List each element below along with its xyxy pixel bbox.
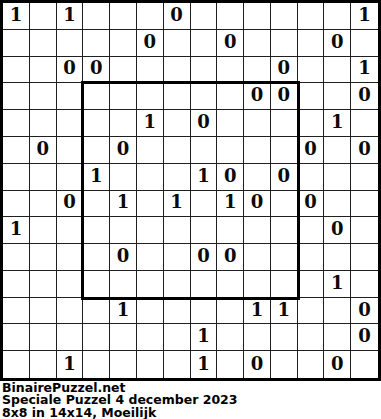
grid-cell-r4c2[interactable]	[57, 110, 84, 137]
grid-cell-r0c0: 1	[3, 3, 30, 30]
grid-cell-r2c2: 0	[57, 57, 84, 84]
grid-cell-r8c12: 0	[324, 217, 351, 244]
grid-cell-r9c7: 0	[191, 244, 218, 271]
grid-cell-r5c11: 0	[298, 137, 325, 164]
grid-cell-r9c12[interactable]	[324, 244, 351, 271]
grid-cell-r11c4: 1	[110, 298, 137, 325]
grid-cell-r8c10[interactable]	[271, 217, 298, 244]
grid-cell-r10c3[interactable]	[83, 271, 110, 298]
grid-cell-r2c5[interactable]	[137, 57, 164, 84]
grid-cell-r1c2[interactable]	[57, 30, 84, 57]
grid-cell-r1c4[interactable]	[110, 30, 137, 57]
grid-cell-r1c8: 0	[217, 30, 244, 57]
grid-cell-r0c10[interactable]	[271, 3, 298, 30]
grid-cell-r4c1[interactable]	[30, 110, 57, 137]
grid-cell-r7c9: 0	[244, 191, 271, 218]
grid-cell-r8c13[interactable]	[351, 217, 378, 244]
grid-cell-r0c11[interactable]	[298, 3, 325, 30]
grid-cell-r5c8[interactable]	[217, 137, 244, 164]
grid-cell-r1c7[interactable]	[191, 30, 218, 57]
grid-cell-r12c13: 0	[351, 324, 378, 351]
grid-cell-r3c13: 0	[351, 83, 378, 110]
grid-cell-r9c1[interactable]	[30, 244, 57, 271]
grid-cell-r6c12[interactable]	[324, 164, 351, 191]
grid-cell-r12c7: 1	[191, 324, 218, 351]
grid-cell-r0c8[interactable]	[217, 3, 244, 30]
grid-cell-r3c11[interactable]	[298, 83, 325, 110]
grid-cell-r10c10[interactable]	[271, 271, 298, 298]
grid-cell-r13c10[interactable]	[271, 351, 298, 378]
puzzle-caption: BinairePuzzel.net Speciale Puzzel 4 dece…	[0, 381, 381, 419]
grid-cell-r4c7: 0	[191, 110, 218, 137]
grid-cell-r8c1[interactable]	[30, 217, 57, 244]
grid-cell-r2c12[interactable]	[324, 57, 351, 84]
grid-cell-r11c12[interactable]	[324, 298, 351, 325]
grid-cell-r7c3[interactable]	[83, 191, 110, 218]
grid-cell-r2c9[interactable]	[244, 57, 271, 84]
grid-cell-r13c2: 1	[57, 351, 84, 378]
grid-cell-r9c9[interactable]	[244, 244, 271, 271]
grid-cell-r0c3[interactable]	[83, 3, 110, 30]
grid-cell-r9c2[interactable]	[57, 244, 84, 271]
grid-cell-r7c13[interactable]	[351, 191, 378, 218]
grid-cell-r6c1[interactable]	[30, 164, 57, 191]
grid-cell-r11c5[interactable]	[137, 298, 164, 325]
grid-cell-r3c3[interactable]	[83, 83, 110, 110]
grid-cell-r13c0[interactable]	[3, 351, 30, 378]
grid-cell-r10c9[interactable]	[244, 271, 271, 298]
grid-cell-r2c4[interactable]	[110, 57, 137, 84]
grid-cell-r0c1[interactable]	[30, 3, 57, 30]
grid-cell-r5c5[interactable]	[137, 137, 164, 164]
grid-cell-r1c1[interactable]	[30, 30, 57, 57]
grid-cell-r5c0[interactable]	[3, 137, 30, 164]
grid-cell-r3c1[interactable]	[30, 83, 57, 110]
grid-cell-r9c13[interactable]	[351, 244, 378, 271]
grid-cell-r8c9[interactable]	[244, 217, 271, 244]
grid-cell-r1c13[interactable]	[351, 30, 378, 57]
grid-cell-r12c11[interactable]	[298, 324, 325, 351]
grid-cell-r9c5[interactable]	[137, 244, 164, 271]
grid-cell-r3c8[interactable]	[217, 83, 244, 110]
grid-cell-r8c0: 1	[3, 217, 30, 244]
grid-cell-r4c0[interactable]	[3, 110, 30, 137]
grid-cell-r2c10: 0	[271, 57, 298, 84]
grid-cell-r10c7[interactable]	[191, 271, 218, 298]
grid-cell-r5c4: 0	[110, 137, 137, 164]
grid-cell-r7c10[interactable]	[271, 191, 298, 218]
grid-cell-r5c9[interactable]	[244, 137, 271, 164]
grid-cell-r11c9: 1	[244, 298, 271, 325]
grid-cell-r10c0[interactable]	[3, 271, 30, 298]
grid-cell-r4c11[interactable]	[298, 110, 325, 137]
grid-cell-r5c2[interactable]	[57, 137, 84, 164]
grid-cell-r13c3[interactable]	[83, 351, 110, 378]
grid-cell-r3c2[interactable]	[57, 83, 84, 110]
grid-cell-r12c2[interactable]	[57, 324, 84, 351]
grid-cell-r8c3[interactable]	[83, 217, 110, 244]
grid-cell-r9c8: 0	[217, 244, 244, 271]
grid-cell-r0c13: 1	[351, 3, 378, 30]
grid-cell-r9c3[interactable]	[83, 244, 110, 271]
grid-cell-r5c6[interactable]	[164, 137, 191, 164]
puzzle-size-difficulty: 8x8 in 14x14, Moeilijk	[2, 407, 381, 419]
grid-cell-r3c0[interactable]	[3, 83, 30, 110]
grid-cell-r1c5: 0	[137, 30, 164, 57]
grid-cell-r0c2: 1	[57, 3, 84, 30]
grid-cell-r0c6: 0	[164, 3, 191, 30]
grid-cell-r6c10: 0	[271, 164, 298, 191]
grid-cell-r1c12: 0	[324, 30, 351, 57]
grid-cell-r6c11[interactable]	[298, 164, 325, 191]
grid-cell-r12c3[interactable]	[83, 324, 110, 351]
puzzle-board: 1101000000100010100001100011100100001111…	[0, 0, 381, 381]
grid-cell-r10c6[interactable]	[164, 271, 191, 298]
grid-cell-r11c10: 1	[271, 298, 298, 325]
grid-cell-r4c3[interactable]	[83, 110, 110, 137]
grid-cell-r10c5[interactable]	[137, 271, 164, 298]
grid-cell-r11c8[interactable]	[217, 298, 244, 325]
grid-cell-r12c10[interactable]	[271, 324, 298, 351]
grid-cell-r6c7: 1	[191, 164, 218, 191]
grid-cell-r10c12: 1	[324, 271, 351, 298]
grid-cell-r0c4[interactable]	[110, 3, 137, 30]
grid-cell-r7c5[interactable]	[137, 191, 164, 218]
grid-cell-r3c6[interactable]	[164, 83, 191, 110]
grid-cell-r6c8: 0	[217, 164, 244, 191]
grid-cell-r12c8[interactable]	[217, 324, 244, 351]
grid-cell-r8c4[interactable]	[110, 217, 137, 244]
grid-cell-r5c7[interactable]	[191, 137, 218, 164]
grid-cell-r2c13: 1	[351, 57, 378, 84]
grid-cell-r11c7[interactable]	[191, 298, 218, 325]
grid-cell-r2c3: 0	[83, 57, 110, 84]
grid-cell-r6c0[interactable]	[3, 164, 30, 191]
grid-cell-r13c6[interactable]	[164, 351, 191, 378]
grid-cell-r13c13[interactable]	[351, 351, 378, 378]
grid-cell-r10c1[interactable]	[30, 271, 57, 298]
grid-cell-r10c8[interactable]	[217, 271, 244, 298]
grid-cell-r10c13[interactable]	[351, 271, 378, 298]
grid-cell-r11c11[interactable]	[298, 298, 325, 325]
grid-cell-r9c10[interactable]	[271, 244, 298, 271]
grid-cell-r9c0[interactable]	[3, 244, 30, 271]
grid-cell-r13c11[interactable]	[298, 351, 325, 378]
grid-cell-r6c5[interactable]	[137, 164, 164, 191]
grid-cell-r4c12: 1	[324, 110, 351, 137]
grid-cell-r0c9[interactable]	[244, 3, 271, 30]
grid-cell-r7c6: 1	[164, 191, 191, 218]
grid-cell-r12c9[interactable]	[244, 324, 271, 351]
grid-cell-r6c3: 1	[83, 164, 110, 191]
grid-cell-r12c6[interactable]	[164, 324, 191, 351]
grid-cell-r13c12: 0	[324, 351, 351, 378]
grid-cell-r3c12[interactable]	[324, 83, 351, 110]
grid-cell-r9c11[interactable]	[298, 244, 325, 271]
grid-cell-r11c1[interactable]	[30, 298, 57, 325]
grid-cell-r7c1[interactable]	[30, 191, 57, 218]
grid-cell-r2c1[interactable]	[30, 57, 57, 84]
grid-cell-r2c7[interactable]	[191, 57, 218, 84]
grid-cell-r6c13[interactable]	[351, 164, 378, 191]
grid-cell-r12c4[interactable]	[110, 324, 137, 351]
grid-cell-r13c9: 0	[244, 351, 271, 378]
grid-cell-r4c13[interactable]	[351, 110, 378, 137]
grid-cell-r8c2[interactable]	[57, 217, 84, 244]
grid-cell-r0c7[interactable]	[191, 3, 218, 30]
grid-cell-r12c0[interactable]	[3, 324, 30, 351]
grid-cell-r7c0[interactable]	[3, 191, 30, 218]
grid-cell-r2c11[interactable]	[298, 57, 325, 84]
grid-cell-r11c3[interactable]	[83, 298, 110, 325]
grid-cell-r11c13: 0	[351, 298, 378, 325]
grid-cell-r2c8[interactable]	[217, 57, 244, 84]
grid-cell-r7c11: 0	[298, 191, 325, 218]
grid-cell-r5c12[interactable]	[324, 137, 351, 164]
grid-cell-r3c10: 0	[271, 83, 298, 110]
grid-cell-r4c8[interactable]	[217, 110, 244, 137]
grid-cell-r6c4[interactable]	[110, 164, 137, 191]
grid-cell-r3c5[interactable]	[137, 83, 164, 110]
grid-cell-r11c2[interactable]	[57, 298, 84, 325]
grid-cell-r12c12[interactable]	[324, 324, 351, 351]
grid-cell-r1c6[interactable]	[164, 30, 191, 57]
grid-cell-r1c11[interactable]	[298, 30, 325, 57]
grid-cell-r1c9[interactable]	[244, 30, 271, 57]
grid-cell-r8c7[interactable]	[191, 217, 218, 244]
grid-cell-r5c10[interactable]	[271, 137, 298, 164]
grid-cell-r1c3[interactable]	[83, 30, 110, 57]
grid-cell-r6c6[interactable]	[164, 164, 191, 191]
grid-cell-r0c12[interactable]	[324, 3, 351, 30]
grid-cell-r3c7[interactable]	[191, 83, 218, 110]
grid-cell-r7c2: 0	[57, 191, 84, 218]
grid-cell-r6c9[interactable]	[244, 164, 271, 191]
grid-cell-r13c4[interactable]	[110, 351, 137, 378]
grid-cell-r4c6[interactable]	[164, 110, 191, 137]
grid-cell-r7c7[interactable]	[191, 191, 218, 218]
grid-cell-r10c2[interactable]	[57, 271, 84, 298]
grid-cell-r5c13: 0	[351, 137, 378, 164]
grid-cell-r7c8: 1	[217, 191, 244, 218]
grid-cell-r13c5[interactable]	[137, 351, 164, 378]
grid-cell-r1c10[interactable]	[271, 30, 298, 57]
grid-cell-r10c4[interactable]	[110, 271, 137, 298]
grid-cell-r8c8[interactable]	[217, 217, 244, 244]
grid-cell-r12c5[interactable]	[137, 324, 164, 351]
grid-cell-r11c6[interactable]	[164, 298, 191, 325]
grid-cell-r5c1: 0	[30, 137, 57, 164]
grid-cell-r1c0[interactable]	[3, 30, 30, 57]
grid-cell-r8c5[interactable]	[137, 217, 164, 244]
grid-cell-r0c5[interactable]	[137, 3, 164, 30]
grid-cell-r13c7: 1	[191, 351, 218, 378]
grid-cell-r2c0[interactable]	[3, 57, 30, 84]
grid-cell-r7c12[interactable]	[324, 191, 351, 218]
grid-cell-r9c6[interactable]	[164, 244, 191, 271]
grid-cell-r8c11[interactable]	[298, 217, 325, 244]
grid-cell-r6c2[interactable]	[57, 164, 84, 191]
grid-cell-r4c9[interactable]	[244, 110, 271, 137]
grid-cell-r2c6[interactable]	[164, 57, 191, 84]
grid-cell-r8c6[interactable]	[164, 217, 191, 244]
grid-cell-r13c8[interactable]	[217, 351, 244, 378]
grid-cell-r4c5: 1	[137, 110, 164, 137]
grid-cell-r11c0[interactable]	[3, 298, 30, 325]
grid-cell-r12c1[interactable]	[30, 324, 57, 351]
grid-cell-r7c4: 1	[110, 191, 137, 218]
grid-cell-r3c9: 0	[244, 83, 271, 110]
grid-cell-r4c10[interactable]	[271, 110, 298, 137]
grid-cell-r10c11[interactable]	[298, 271, 325, 298]
grid-cell-r5c3[interactable]	[83, 137, 110, 164]
grid-cell-r3c4[interactable]	[110, 83, 137, 110]
grid-cell-r13c1[interactable]	[30, 351, 57, 378]
grid-cell-r9c4: 0	[110, 244, 137, 271]
grid-cell-r4c4[interactable]	[110, 110, 137, 137]
